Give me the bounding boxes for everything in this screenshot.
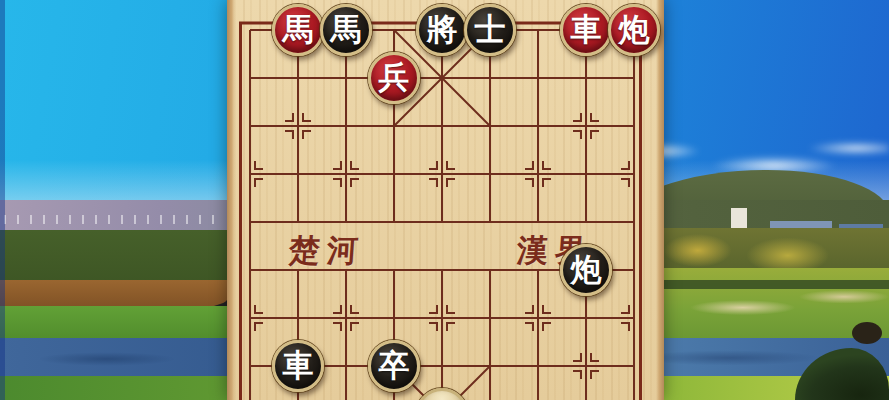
foliage-corner	[795, 348, 889, 400]
dark-bush	[852, 322, 882, 344]
piece-black-advisor[interactable]: 士	[464, 4, 516, 56]
hedge-right	[664, 280, 889, 289]
piece-black-cannon[interactable]: 炮	[560, 244, 612, 296]
building-block	[700, 231, 726, 253]
xiangqi-board[interactable]: 楚河 漢界 馬馬將士車炮兵炮車卒	[227, 0, 664, 400]
piece-red-chariot[interactable]: 車	[560, 4, 612, 56]
piece-red-soldier[interactable]: 兵	[368, 52, 420, 104]
fairway-left	[0, 306, 227, 344]
piece-black-general[interactable]: 將	[416, 4, 468, 56]
piece-red-cannon[interactable]: 炮	[608, 4, 660, 56]
dirt-slope-left	[0, 280, 227, 312]
river-label-left: 楚河	[288, 230, 367, 272]
fairway-right	[664, 268, 889, 340]
screenshot-root: 楚河 漢界 馬馬將士車炮兵炮車卒	[0, 0, 889, 400]
building-tower	[731, 208, 747, 248]
building-block	[770, 221, 832, 253]
photo-edge-strip	[0, 0, 5, 400]
piece-red-horse[interactable]: 馬	[272, 4, 324, 56]
trees-left	[0, 230, 227, 294]
city-buildings-left	[4, 215, 224, 224]
piece-black-soldier[interactable]: 卒	[368, 340, 420, 392]
building-block	[839, 224, 883, 254]
piece-black-chariot[interactable]: 車	[272, 340, 324, 392]
piece-black-horse[interactable]: 馬	[320, 4, 372, 56]
